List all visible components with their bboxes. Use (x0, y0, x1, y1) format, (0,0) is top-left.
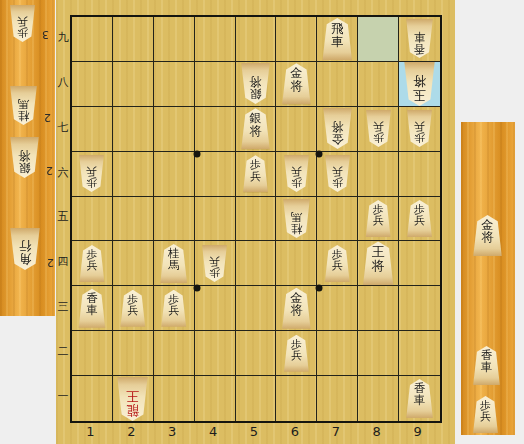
board-cell-6二[interactable]: 歩兵 (276, 331, 317, 376)
shogi-piece-sente[interactable]: 歩兵 (365, 200, 392, 237)
shogi-piece-sente[interactable]: 香車 (77, 289, 106, 328)
shogi-piece-sente[interactable]: 銀将 (240, 108, 271, 149)
board-cell-1三[interactable]: 香車 (72, 286, 113, 331)
board-cell-7三[interactable] (317, 286, 358, 331)
piece-kanji: 兵 (291, 165, 302, 176)
shogi-piece-sente[interactable]: 歩兵 (242, 155, 269, 192)
shogi-piece-gote[interactable]: 歩兵 (78, 155, 105, 192)
hand-piece-count: 2 (46, 164, 53, 177)
board-cell-2二[interactable] (113, 331, 154, 376)
board-cell-7二[interactable] (317, 331, 358, 376)
board-cell-9六[interactable] (399, 152, 440, 197)
piece-kanji: 将 (290, 80, 302, 92)
piece-kanji: 兵 (373, 215, 384, 226)
board-cell-2一[interactable]: 龍王 (113, 376, 154, 421)
piece-kanji: 行 (19, 240, 32, 253)
shogi-piece-sente[interactable]: 香車 (405, 379, 434, 418)
piece-kanji: 歩 (86, 177, 97, 188)
board-cell-1五[interactable] (72, 197, 113, 242)
board-cell-3七[interactable] (154, 107, 195, 152)
board-cell-3一[interactable] (154, 376, 195, 421)
piece-kanji: 車 (414, 395, 426, 407)
board-cell-2九[interactable] (113, 17, 154, 62)
board-cell-9七[interactable]: 歩兵 (399, 107, 440, 152)
shogi-piece-sente[interactable]: 歩兵 (160, 290, 187, 327)
shogi-piece-gote[interactable]: 金将 (322, 108, 353, 149)
shogi-piece-sente[interactable]: 歩兵 (78, 245, 105, 282)
file-label-8: 8 (356, 421, 397, 441)
board-cell-5七[interactable]: 銀将 (236, 107, 277, 152)
star-point (193, 285, 200, 292)
board-cell-1六[interactable]: 歩兵 (72, 152, 113, 197)
shogi-piece-sente[interactable]: 歩兵 (324, 245, 351, 282)
board-cell-8九[interactable] (358, 17, 399, 62)
piece-kanji: 車 (414, 31, 426, 43)
board-cell-2三[interactable]: 歩兵 (113, 286, 154, 331)
board-cell-1九[interactable] (72, 17, 113, 62)
hand-piece[interactable]: 歩兵3 (9, 5, 36, 42)
board-cell-8七[interactable]: 歩兵 (358, 107, 399, 152)
hand-piece-count: 2 (44, 111, 51, 124)
board-cell-7四[interactable]: 歩兵 (317, 241, 358, 286)
hand-piece[interactable]: 桂馬2 (9, 86, 38, 125)
board-cell-1一[interactable] (72, 376, 113, 421)
board-cell-9二[interactable] (399, 331, 440, 376)
board-cell-9九[interactable]: 香車 (399, 17, 440, 62)
piece-kanji: 玉 (413, 88, 426, 102)
board-cell-3九[interactable] (154, 17, 195, 62)
shogi-piece-gote[interactable]: 香車 (405, 19, 434, 58)
rank-label-三: 三 (56, 284, 70, 329)
file-label-5: 5 (234, 421, 275, 441)
piece-kanji: 王 (372, 245, 385, 259)
rank-label-五: 五 (56, 195, 70, 240)
board-cell-7八[interactable] (317, 62, 358, 107)
shogi-piece-sente[interactable]: 飛車 (321, 18, 353, 60)
board-cell-7七[interactable]: 金将 (317, 107, 358, 152)
board-cell-4一[interactable] (195, 376, 236, 421)
board-cell-6四[interactable] (276, 241, 317, 286)
piece-kanji: 馬 (291, 210, 303, 222)
star-point (316, 150, 323, 157)
board-cell-8四[interactable]: 王将 (358, 241, 399, 286)
board-cell-2八[interactable] (113, 62, 154, 107)
piece-kanji: 将 (19, 149, 31, 161)
piece-kanji: 兵 (414, 120, 425, 131)
piece-kanji: 車 (86, 305, 98, 317)
board-cell-6七[interactable] (276, 107, 317, 152)
piece-kanji: 馬 (168, 260, 180, 272)
board-cell-4四[interactable]: 歩兵 (195, 241, 236, 286)
piece-kanji: 兵 (291, 350, 302, 361)
shogi-piece-sente[interactable]: 桂馬 (159, 244, 188, 283)
rank-label-八: 八 (56, 60, 70, 105)
shogi-piece-sente[interactable]: 歩兵 (283, 335, 310, 372)
board-cell-7五[interactable] (317, 197, 358, 242)
shogi-piece-gote[interactable]: 歩兵 (283, 155, 310, 192)
shogi-piece-gote[interactable]: 玉将 (403, 62, 436, 106)
captured-pieces-tray-top-player: 歩兵3桂馬2銀将2角行2 (0, 0, 55, 316)
piece-kanji: 歩 (332, 177, 343, 188)
piece-kanji: 銀 (249, 88, 261, 100)
piece-kanji: 将 (249, 75, 261, 87)
piece-kanji: 兵 (86, 165, 97, 176)
board-cell-4六[interactable] (195, 152, 236, 197)
board-cell-4三[interactable] (195, 286, 236, 331)
piece-kanji: 兵 (332, 165, 343, 176)
shogi-piece-gote[interactable]: 桂馬 (282, 199, 311, 238)
shogi-piece-gote[interactable]: 龍王 (116, 377, 149, 421)
board-cell-4二[interactable] (195, 331, 236, 376)
board-panel: 飛車香車銀将金将玉将銀将金将歩兵歩兵歩兵歩兵歩兵歩兵桂馬歩兵歩兵歩兵桂馬歩兵歩兵… (56, 0, 455, 444)
board-cell-9八[interactable]: 玉将 (399, 62, 440, 107)
piece-kanji: 歩 (414, 132, 425, 143)
board-cell-5五[interactable] (236, 197, 277, 242)
shogi-piece-gote[interactable]: 桂馬 (9, 86, 38, 125)
piece-kanji: 王 (126, 390, 139, 404)
board-cell-1四[interactable]: 歩兵 (72, 241, 113, 286)
board-cell-3三[interactable]: 歩兵 (154, 286, 195, 331)
shogi-piece-sente[interactable]: 金将 (472, 215, 503, 256)
piece-kanji: 将 (331, 120, 343, 132)
piece-kanji: 金 (290, 67, 302, 79)
board-cell-3二[interactable] (154, 331, 195, 376)
piece-kanji: 香 (414, 42, 426, 54)
board-cell-6九[interactable] (276, 17, 317, 62)
shogi-piece-gote[interactable]: 銀将 (240, 63, 271, 104)
captured-pieces-tray-bottom-player: 金将香車歩兵 (461, 122, 515, 435)
piece-kanji: 将 (249, 125, 261, 137)
piece-kanji: 将 (290, 304, 302, 316)
piece-kanji: 兵 (250, 171, 261, 182)
piece-kanji: 兵 (168, 305, 179, 316)
star-point (193, 150, 200, 157)
piece-kanji: 兵 (209, 255, 220, 266)
board-cell-2四[interactable] (113, 241, 154, 286)
board-cell-8一[interactable] (358, 376, 399, 421)
piece-kanji: 兵 (480, 411, 491, 422)
shogi-piece-sente[interactable]: 香車 (472, 346, 501, 385)
rank-label-四: 四 (56, 239, 70, 284)
board-cell-2六[interactable] (113, 152, 154, 197)
shogi-piece-sente[interactable]: 金将 (281, 63, 312, 104)
shogi-piece-sente[interactable]: 金将 (281, 288, 312, 329)
shogi-piece-gote[interactable]: 歩兵 (365, 110, 392, 147)
piece-kanji: 兵 (127, 305, 138, 316)
piece-kanji: 将 (413, 75, 426, 89)
shogi-piece-gote[interactable]: 歩兵 (201, 245, 228, 282)
board-cell-5一[interactable] (236, 376, 277, 421)
board-cell-6一[interactable] (276, 376, 317, 421)
board-cell-8六[interactable] (358, 152, 399, 197)
board-cell-3八[interactable] (154, 62, 195, 107)
board-cell-6八[interactable]: 金将 (276, 62, 317, 107)
hand-piece[interactable]: 銀将2 (9, 137, 40, 178)
piece-kanji: 車 (481, 362, 493, 374)
piece-kanji: 将 (482, 231, 494, 243)
board-cell-7六[interactable]: 歩兵 (317, 152, 358, 197)
file-label-1: 1 (70, 421, 111, 441)
board-cell-8八[interactable] (358, 62, 399, 107)
rank-label-六: 六 (56, 150, 70, 195)
piece-kanji: 兵 (332, 260, 343, 271)
file-label-2: 2 (111, 421, 152, 441)
shogi-piece-gote[interactable]: 角行 (9, 228, 41, 270)
hand-piece-count: 3 (42, 28, 49, 41)
hand-piece-count: 2 (47, 256, 54, 269)
board-cell-7一[interactable] (317, 376, 358, 421)
shogi-piece-sente[interactable]: 歩兵 (119, 290, 146, 327)
piece-kanji: 兵 (373, 120, 384, 131)
board-cell-5六[interactable]: 歩兵 (236, 152, 277, 197)
board-cell-4七[interactable] (195, 107, 236, 152)
file-label-4: 4 (193, 421, 234, 441)
board-cell-5九[interactable] (236, 17, 277, 62)
piece-kanji: 銀 (249, 112, 261, 124)
shogi-piece-sente[interactable]: 歩兵 (472, 396, 499, 433)
piece-kanji: 銀 (19, 162, 31, 174)
file-label-6: 6 (274, 421, 315, 441)
board-cell-6三[interactable]: 金将 (276, 286, 317, 331)
rank-label-一: 一 (56, 374, 70, 419)
board-cell-5四[interactable] (236, 241, 277, 286)
board-cell-9三[interactable] (399, 286, 440, 331)
piece-kanji: 角 (19, 253, 32, 266)
piece-kanji: 兵 (414, 215, 425, 226)
board-cell-7九[interactable]: 飛車 (317, 17, 358, 62)
board-cell-3六[interactable] (154, 152, 195, 197)
file-label-3: 3 (152, 421, 193, 441)
shogi-piece-gote[interactable]: 歩兵 (406, 110, 433, 147)
piece-kanji: 歩 (17, 27, 28, 38)
piece-kanji: 車 (331, 35, 344, 48)
hand-piece[interactable]: 香車 (472, 346, 501, 385)
board-cell-4五[interactable] (195, 197, 236, 242)
board-cell-4九[interactable] (195, 17, 236, 62)
board-cell-3四[interactable]: 桂馬 (154, 241, 195, 286)
shogi-app: 歩兵3桂馬2銀将2角行2 飛車香車銀将金将玉将銀将金将歩兵歩兵歩兵歩兵歩兵歩兵桂… (0, 0, 524, 444)
board-cell-3五[interactable] (154, 197, 195, 242)
board-cell-4八[interactable] (195, 62, 236, 107)
rank-label-九: 九 (56, 15, 70, 60)
board-cell-5三[interactable] (236, 286, 277, 331)
piece-kanji: 兵 (17, 15, 28, 26)
file-label-7: 7 (315, 421, 356, 441)
board-cell-8三[interactable] (358, 286, 399, 331)
piece-kanji: 将 (372, 259, 385, 273)
piece-kanji: 飛 (331, 22, 344, 35)
board: 飛車香車銀将金将玉将銀将金将歩兵歩兵歩兵歩兵歩兵歩兵桂馬歩兵歩兵歩兵桂馬歩兵歩兵… (70, 15, 442, 423)
piece-kanji: 歩 (209, 266, 220, 277)
board-cell-6六[interactable]: 歩兵 (276, 152, 317, 197)
board-cell-2五[interactable] (113, 197, 154, 242)
piece-kanji: 歩 (373, 132, 384, 143)
shogi-piece-gote[interactable]: 歩兵 (324, 155, 351, 192)
file-label-9: 9 (397, 421, 438, 441)
board-cell-1八[interactable] (72, 62, 113, 107)
rank-label-二: 二 (56, 329, 70, 374)
piece-kanji: 金 (331, 133, 343, 145)
star-point (316, 285, 323, 292)
board-cell-1二[interactable] (72, 331, 113, 376)
board-cell-8五[interactable]: 歩兵 (358, 197, 399, 242)
rank-label-七: 七 (56, 105, 70, 150)
hand-piece[interactable]: 角行2 (9, 228, 41, 270)
board-cell-5二[interactable] (236, 331, 277, 376)
shogi-piece-gote[interactable]: 歩兵 (9, 5, 36, 42)
hand-piece[interactable]: 金将 (472, 215, 503, 256)
board-cell-9五[interactable]: 歩兵 (399, 197, 440, 242)
shogi-piece-sente[interactable]: 王将 (362, 241, 395, 285)
piece-kanji: 歩 (250, 159, 261, 170)
board-cell-6五[interactable]: 桂馬 (276, 197, 317, 242)
board-cell-5八[interactable]: 銀将 (236, 62, 277, 107)
shogi-piece-gote[interactable]: 銀将 (9, 137, 40, 178)
piece-kanji: 歩 (291, 177, 302, 188)
hand-piece[interactable]: 歩兵 (472, 396, 499, 433)
piece-kanji: 馬 (18, 97, 30, 109)
board-cell-2七[interactable] (113, 107, 154, 152)
board-cell-9四[interactable] (399, 241, 440, 286)
board-cell-9一[interactable]: 香車 (399, 376, 440, 421)
board-cell-1七[interactable] (72, 107, 113, 152)
piece-kanji: 兵 (86, 260, 97, 271)
shogi-piece-sente[interactable]: 歩兵 (406, 200, 433, 237)
piece-kanji: 龍 (126, 403, 139, 417)
board-cell-8二[interactable] (358, 331, 399, 376)
